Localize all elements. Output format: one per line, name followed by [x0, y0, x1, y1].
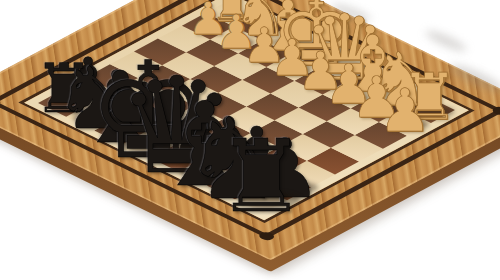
chess-set-photo: ♜♟♞♟♝♟♚♟♛♟♝♟♟♞♜♟♟♜♞♟♟♝♟♚♟♛♟♝♟♞♟♜	[0, 0, 500, 280]
piece-white-pawn-a2[interactable]: ♟	[378, 81, 431, 140]
piece-black-rook-a8[interactable]: ♜	[216, 127, 306, 227]
